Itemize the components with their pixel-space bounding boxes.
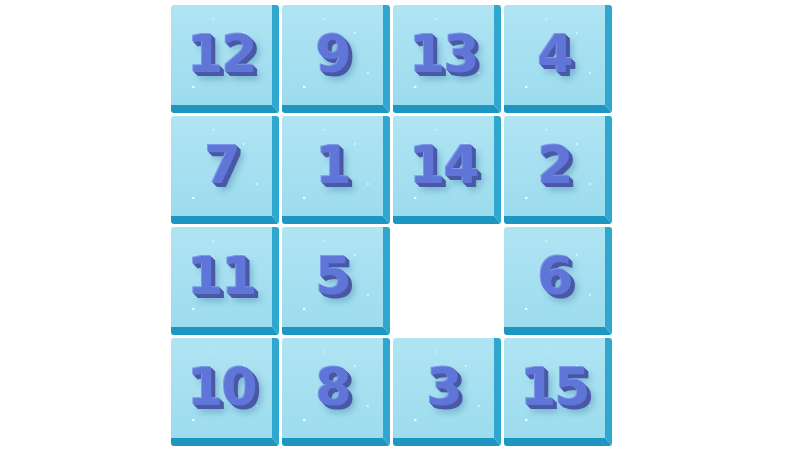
tile-15[interactable]: 15	[504, 338, 612, 446]
tile-number: 13	[409, 28, 477, 82]
tile-9[interactable]: 9	[282, 5, 390, 113]
tile-10[interactable]: 10	[171, 338, 279, 446]
tile-number: 10	[187, 361, 255, 415]
tile-5[interactable]: 5	[282, 227, 390, 335]
tile-number: 8	[315, 361, 349, 415]
tile-7[interactable]: 7	[171, 116, 279, 224]
tile-number: 15	[520, 361, 588, 415]
tile-number: 14	[409, 139, 477, 193]
tile-number: 4	[537, 28, 571, 82]
tile-number: 2	[537, 139, 571, 193]
tile-number: 1	[315, 139, 349, 193]
tile-12[interactable]: 12	[171, 5, 279, 113]
tile-1[interactable]: 1	[282, 116, 390, 224]
tile-8[interactable]: 8	[282, 338, 390, 446]
puzzle-stage: 129134711421156108315	[0, 0, 800, 450]
tile-number: 3	[426, 361, 460, 415]
tile-number: 6	[537, 250, 571, 304]
tile-14[interactable]: 14	[393, 116, 501, 224]
tile-13[interactable]: 13	[393, 5, 501, 113]
tile-number: 9	[315, 28, 349, 82]
tile-number: 11	[187, 250, 255, 304]
tile-4[interactable]: 4	[504, 5, 612, 113]
tile-11[interactable]: 11	[171, 227, 279, 335]
tile-3[interactable]: 3	[393, 338, 501, 446]
fifteen-puzzle-board: 129134711421156108315	[171, 5, 612, 446]
tile-number: 7	[204, 139, 238, 193]
tile-number: 12	[187, 28, 255, 82]
tile-number: 5	[315, 250, 349, 304]
tile-6[interactable]: 6	[504, 227, 612, 335]
tile-2[interactable]: 2	[504, 116, 612, 224]
